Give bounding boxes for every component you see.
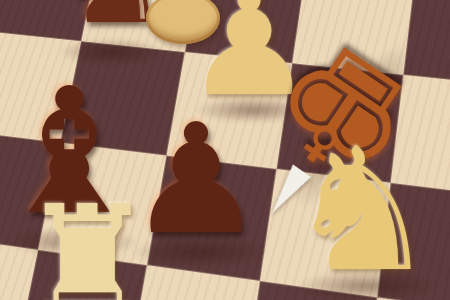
white-knight[interactable]: ♞ <box>269 108 450 300</box>
white-rook[interactable]: ♜ <box>4 171 171 300</box>
pieces-layer: ♞♟♚♝♟♞♜ <box>0 0 450 300</box>
chessboard-photo: ♞♟♚♝♟♞♜ <box>0 0 450 300</box>
